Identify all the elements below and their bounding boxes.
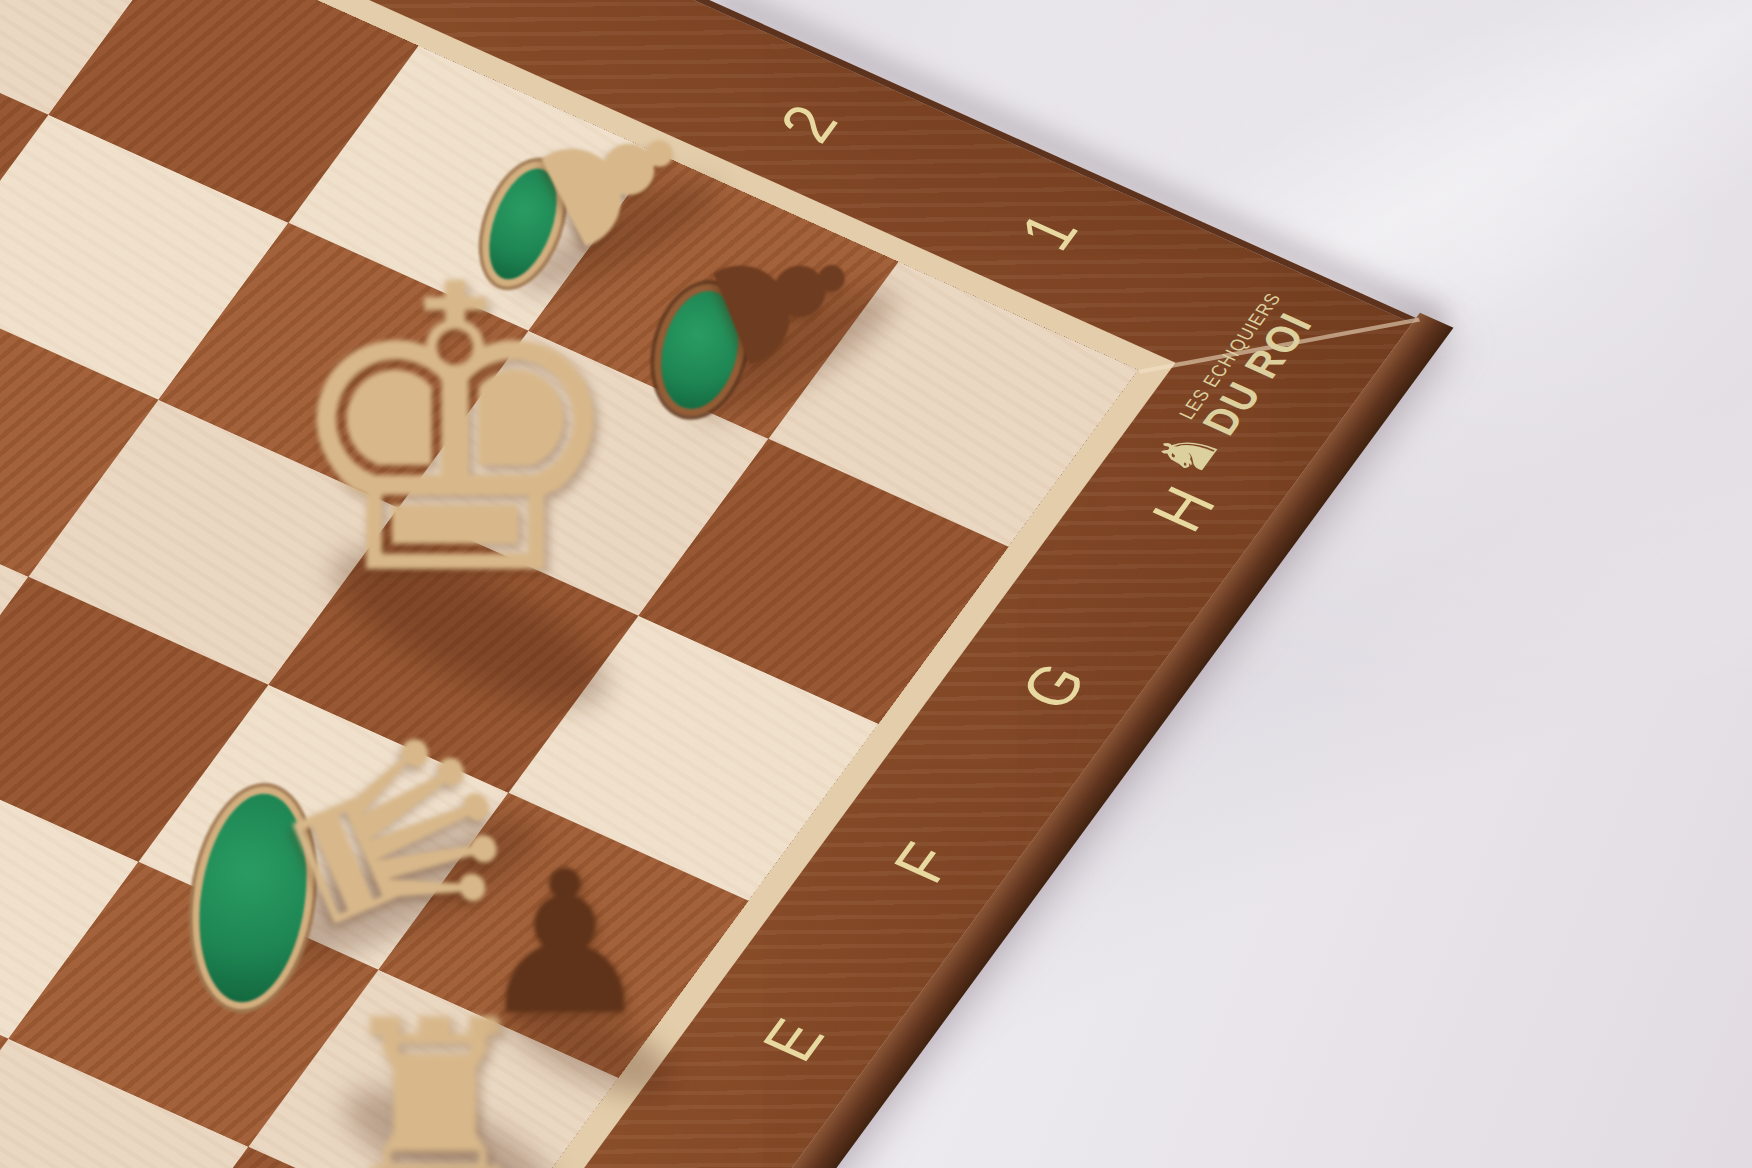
piece-dark-pawn-e1[interactable]: ♟ — [447, 845, 684, 1060]
scene: EFGH 12 ♞ LES ECHIQUIERS DU ROI ♚♛♜♟♟♟ — [0, 0, 1752, 1168]
piece-white-king-f2[interactable]: ♚ — [219, 235, 692, 665]
